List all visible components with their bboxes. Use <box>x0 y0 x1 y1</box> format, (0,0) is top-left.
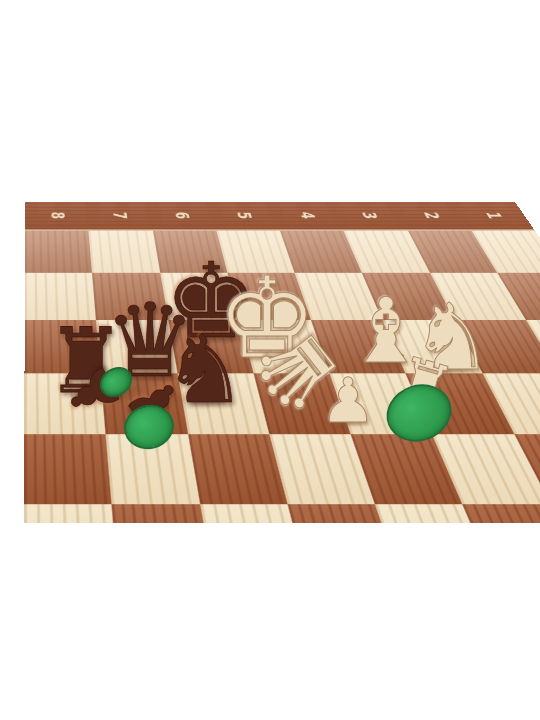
square-r6c1 <box>24 504 119 523</box>
square-r1c1 <box>25 231 92 273</box>
square-r5c1 <box>24 434 112 504</box>
square-r6c2 <box>112 504 214 523</box>
rank-label-7: 7 <box>110 212 128 219</box>
rank-label-1: 1 <box>482 212 504 219</box>
rank-label-8: 8 <box>47 212 65 219</box>
light-pawn: ♟ <box>317 370 379 432</box>
rank-label-3: 3 <box>358 212 379 219</box>
chessboard-product-photo: 87654321 ♚♚♝♞♛♜♜♛♟♞♟♟ <box>0 0 540 720</box>
square-r6c6 <box>463 504 540 523</box>
square-r1c2 <box>89 231 160 273</box>
numbered-border-strip: 87654321 <box>25 202 535 231</box>
rank-label-5: 5 <box>234 212 253 219</box>
rank-label-6: 6 <box>172 212 191 219</box>
rank-label-4: 4 <box>296 212 316 219</box>
rank-label-2: 2 <box>420 212 441 219</box>
